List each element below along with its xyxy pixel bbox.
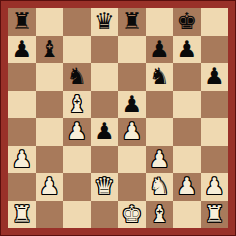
- square-b8[interactable]: [36, 8, 64, 36]
- black-pawn: ♟: [149, 36, 170, 64]
- square-e3[interactable]: [118, 146, 146, 174]
- white-pawn: ♟: [66, 118, 87, 146]
- square-g5[interactable]: [173, 91, 201, 119]
- black-bishop: ♝: [39, 36, 60, 64]
- square-e1[interactable]: ♚: [118, 201, 146, 229]
- square-d1[interactable]: [91, 201, 119, 229]
- square-h4[interactable]: [201, 118, 229, 146]
- square-f5[interactable]: [146, 91, 174, 119]
- black-pawn: ♟: [94, 118, 115, 146]
- square-d4[interactable]: ♟: [91, 118, 119, 146]
- white-pawn: ♟: [176, 173, 197, 201]
- square-b4[interactable]: [36, 118, 64, 146]
- white-rook: ♜: [11, 201, 32, 229]
- white-knight: ♞: [149, 173, 170, 201]
- square-d7[interactable]: [91, 36, 119, 64]
- square-f7[interactable]: ♟: [146, 36, 174, 64]
- black-rook: ♜: [121, 8, 142, 36]
- square-g1[interactable]: [173, 201, 201, 229]
- white-pawn: ♟: [121, 118, 142, 146]
- square-f3[interactable]: ♟: [146, 146, 174, 174]
- chess-board: ♜♛♜♚♟♝♟♟♞♞♟♝♟♟♟♟♟♟♟♛♞♟♟♜♚♝♜: [8, 8, 228, 228]
- black-pawn: ♟: [121, 91, 142, 119]
- square-d3[interactable]: [91, 146, 119, 174]
- square-e2[interactable]: [118, 173, 146, 201]
- square-f1[interactable]: ♝: [146, 201, 174, 229]
- square-f4[interactable]: [146, 118, 174, 146]
- square-g8[interactable]: ♚: [173, 8, 201, 36]
- square-d8[interactable]: ♛: [91, 8, 119, 36]
- board-frame: ♜♛♜♚♟♝♟♟♞♞♟♝♟♟♟♟♟♟♟♛♞♟♟♜♚♝♜: [0, 0, 236, 236]
- white-pawn: ♟: [204, 173, 225, 201]
- square-a1[interactable]: ♜: [8, 201, 36, 229]
- square-h6[interactable]: ♟: [201, 63, 229, 91]
- square-c4[interactable]: ♟: [63, 118, 91, 146]
- square-e4[interactable]: ♟: [118, 118, 146, 146]
- white-pawn: ♟: [11, 146, 32, 174]
- black-king: ♚: [176, 8, 197, 36]
- square-f8[interactable]: [146, 8, 174, 36]
- square-d6[interactable]: [91, 63, 119, 91]
- white-rook: ♜: [204, 201, 225, 229]
- square-d2[interactable]: ♛: [91, 173, 119, 201]
- square-c8[interactable]: [63, 8, 91, 36]
- black-knight: ♞: [149, 63, 170, 91]
- square-b5[interactable]: [36, 91, 64, 119]
- black-pawn: ♟: [11, 36, 32, 64]
- square-c1[interactable]: [63, 201, 91, 229]
- square-h1[interactable]: ♜: [201, 201, 229, 229]
- square-e6[interactable]: [118, 63, 146, 91]
- square-d5[interactable]: [91, 91, 119, 119]
- square-h5[interactable]: [201, 91, 229, 119]
- white-queen: ♛: [94, 173, 115, 201]
- black-rook: ♜: [11, 8, 32, 36]
- square-h7[interactable]: [201, 36, 229, 64]
- square-b1[interactable]: [36, 201, 64, 229]
- white-pawn: ♟: [39, 173, 60, 201]
- black-queen: ♛: [94, 8, 115, 36]
- square-f6[interactable]: ♞: [146, 63, 174, 91]
- square-a2[interactable]: [8, 173, 36, 201]
- black-pawn: ♟: [176, 36, 197, 64]
- square-a4[interactable]: [8, 118, 36, 146]
- square-h8[interactable]: [201, 8, 229, 36]
- square-g2[interactable]: ♟: [173, 173, 201, 201]
- square-g3[interactable]: [173, 146, 201, 174]
- square-a7[interactable]: ♟: [8, 36, 36, 64]
- square-a8[interactable]: ♜: [8, 8, 36, 36]
- square-a6[interactable]: [8, 63, 36, 91]
- square-b7[interactable]: ♝: [36, 36, 64, 64]
- square-f2[interactable]: ♞: [146, 173, 174, 201]
- white-bishop: ♝: [149, 201, 170, 229]
- square-g4[interactable]: [173, 118, 201, 146]
- square-b2[interactable]: ♟: [36, 173, 64, 201]
- black-knight: ♞: [66, 63, 87, 91]
- white-pawn: ♟: [149, 146, 170, 174]
- square-c2[interactable]: [63, 173, 91, 201]
- square-c3[interactable]: [63, 146, 91, 174]
- white-king: ♚: [121, 201, 142, 229]
- square-h2[interactable]: ♟: [201, 173, 229, 201]
- square-c7[interactable]: [63, 36, 91, 64]
- square-e7[interactable]: [118, 36, 146, 64]
- white-bishop: ♝: [66, 91, 87, 119]
- square-a5[interactable]: [8, 91, 36, 119]
- square-g6[interactable]: [173, 63, 201, 91]
- square-a3[interactable]: ♟: [8, 146, 36, 174]
- square-c6[interactable]: ♞: [63, 63, 91, 91]
- square-c5[interactable]: ♝: [63, 91, 91, 119]
- square-h3[interactable]: [201, 146, 229, 174]
- square-b6[interactable]: [36, 63, 64, 91]
- black-pawn: ♟: [204, 63, 225, 91]
- square-b3[interactable]: [36, 146, 64, 174]
- square-e8[interactable]: ♜: [118, 8, 146, 36]
- square-g7[interactable]: ♟: [173, 36, 201, 64]
- square-e5[interactable]: ♟: [118, 91, 146, 119]
